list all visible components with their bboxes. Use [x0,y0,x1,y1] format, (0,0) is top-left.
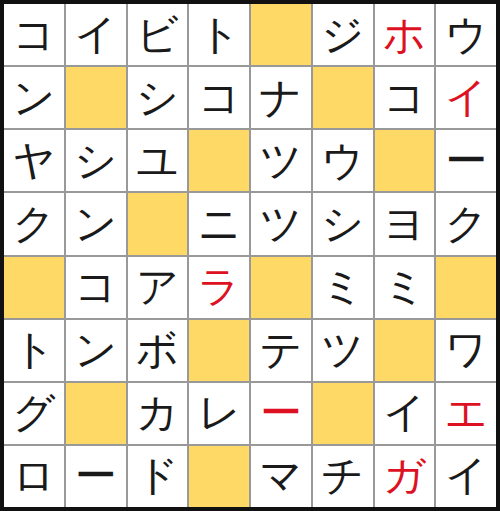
letter-cell-r1c4[interactable]: ト [189,4,249,65]
blocked-cell-r7c6 [313,383,373,444]
letter-cell-r2c3[interactable]: シ [128,67,188,128]
letter-cell-r5c7[interactable]: ミ [375,257,435,318]
blocked-cell-r2c2 [66,67,126,128]
letter-cell-r7c3[interactable]: カ [128,383,188,444]
letter-cell-r8c1[interactable]: ロ [4,446,64,507]
letter-cell-r3c6[interactable]: ウ [313,130,373,191]
letter-cell-r3c3[interactable]: ユ [128,130,188,191]
blocked-cell-r6c7 [375,320,435,381]
letter-cell-r2c7[interactable]: コ [375,67,435,128]
crossword-puzzle: コイビトジホウンシコナコイヤシユツウークンニツシヨクコアラミミトンボテツワグカレ… [0,0,500,511]
letter-cell-r2c4[interactable]: コ [189,67,249,128]
letter-cell-r7c1[interactable]: グ [4,383,64,444]
letter-cell-r7c8[interactable]: エ [436,383,496,444]
blocked-cell-r4c3 [128,193,188,254]
letter-cell-r1c3[interactable]: ビ [128,4,188,65]
letter-cell-r4c1[interactable]: ク [4,193,64,254]
letter-cell-r1c6[interactable]: ジ [313,4,373,65]
letter-cell-r6c8[interactable]: ワ [436,320,496,381]
letter-cell-r3c2[interactable]: シ [66,130,126,191]
letter-cell-r3c8[interactable]: ー [436,130,496,191]
blocked-cell-r2c6 [313,67,373,128]
letter-cell-r6c1[interactable]: ト [4,320,64,381]
letter-cell-r6c6[interactable]: ツ [313,320,373,381]
blocked-cell-r3c4 [189,130,249,191]
blocked-cell-r5c8 [436,257,496,318]
letter-cell-r8c6[interactable]: チ [313,446,373,507]
letter-cell-r5c3[interactable]: ア [128,257,188,318]
letter-cell-r4c5[interactable]: ツ [251,193,311,254]
letter-cell-r2c8[interactable]: イ [436,67,496,128]
letter-cell-r8c5[interactable]: マ [251,446,311,507]
blocked-cell-r1c5 [251,4,311,65]
letter-cell-r1c2[interactable]: イ [66,4,126,65]
blocked-cell-r5c1 [4,257,64,318]
letter-cell-r6c3[interactable]: ボ [128,320,188,381]
letter-cell-r8c7[interactable]: ガ [375,446,435,507]
blocked-cell-r3c7 [375,130,435,191]
blocked-cell-r5c5 [251,257,311,318]
letter-cell-r8c8[interactable]: イ [436,446,496,507]
letter-cell-r4c6[interactable]: シ [313,193,373,254]
letter-cell-r6c2[interactable]: ン [66,320,126,381]
blocked-cell-r7c2 [66,383,126,444]
crossword-grid: コイビトジホウンシコナコイヤシユツウークンニツシヨクコアラミミトンボテツワグカレ… [0,0,500,511]
letter-cell-r1c8[interactable]: ウ [436,4,496,65]
letter-cell-r1c1[interactable]: コ [4,4,64,65]
letter-cell-r1c7[interactable]: ホ [375,4,435,65]
letter-cell-r4c4[interactable]: ニ [189,193,249,254]
letter-cell-r5c6[interactable]: ミ [313,257,373,318]
letter-cell-r2c1[interactable]: ン [4,67,64,128]
letter-cell-r8c3[interactable]: ド [128,446,188,507]
letter-cell-r7c5[interactable]: ー [251,383,311,444]
blocked-cell-r8c4 [189,446,249,507]
letter-cell-r3c1[interactable]: ヤ [4,130,64,191]
letter-cell-r3c5[interactable]: ツ [251,130,311,191]
letter-cell-r7c7[interactable]: イ [375,383,435,444]
letter-cell-r4c8[interactable]: ク [436,193,496,254]
letter-cell-r2c5[interactable]: ナ [251,67,311,128]
letter-cell-r5c2[interactable]: コ [66,257,126,318]
letter-cell-r6c5[interactable]: テ [251,320,311,381]
blocked-cell-r6c4 [189,320,249,381]
letter-cell-r8c2[interactable]: ー [66,446,126,507]
letter-cell-r4c2[interactable]: ン [66,193,126,254]
letter-cell-r4c7[interactable]: ヨ [375,193,435,254]
letter-cell-r7c4[interactable]: レ [189,383,249,444]
letter-cell-r5c4[interactable]: ラ [189,257,249,318]
